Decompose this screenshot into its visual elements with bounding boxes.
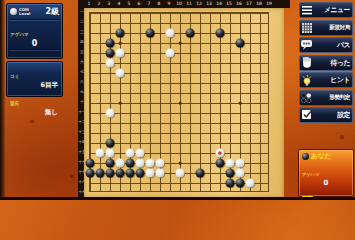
pass-button-label: パス bbox=[313, 40, 352, 50]
star-point bbox=[179, 102, 182, 105]
your-player-label: あなた bbox=[311, 152, 331, 161]
col-label: 2 bbox=[98, 1, 101, 7]
black-stone bbox=[226, 169, 235, 178]
col-label: 6 bbox=[138, 1, 141, 7]
col-label: 17 bbox=[246, 1, 252, 7]
your-player-panel: あなた アゲハマ 0 時間 00:00:07 bbox=[298, 149, 354, 197]
wood-speck bbox=[70, 175, 74, 178]
white-stone bbox=[166, 49, 175, 58]
menu-button-label: メニュー bbox=[313, 5, 352, 15]
new-game-button[interactable]: 新規対局 bbox=[299, 20, 353, 36]
white-stone bbox=[146, 169, 155, 178]
col-label: 13 bbox=[206, 1, 212, 7]
black-stone bbox=[86, 159, 95, 168]
black-stone bbox=[106, 139, 115, 148]
go-grid[interactable] bbox=[89, 12, 269, 192]
black-stone-icon bbox=[302, 153, 309, 160]
evaluate-button-label: 形勢判定 bbox=[313, 94, 352, 102]
black-stone bbox=[116, 29, 125, 38]
col-label: 9 bbox=[168, 1, 171, 7]
white-stone bbox=[136, 149, 145, 158]
col-label: 15 bbox=[226, 1, 232, 7]
white-stone bbox=[226, 159, 235, 168]
black-stone bbox=[86, 169, 95, 178]
screen-left-shadow bbox=[0, 0, 5, 200]
black-stone bbox=[226, 179, 235, 188]
white-stone bbox=[136, 159, 145, 168]
white-stone bbox=[236, 159, 245, 168]
col-label: 16 bbox=[236, 1, 242, 7]
col-label: 8 bbox=[158, 1, 161, 7]
col-label: 10 bbox=[176, 1, 182, 7]
hint-button[interactable]: ヒント bbox=[299, 72, 353, 88]
your-captures-value: 0 bbox=[299, 180, 353, 187]
settings-button-label: 設定 bbox=[313, 110, 352, 120]
star-point bbox=[179, 42, 182, 45]
screen-bottom-shadow bbox=[0, 197, 355, 200]
com-player-panel: COM Level 2級 アゲハマ 0 時間 00:00:00 bbox=[6, 3, 63, 59]
col-label: 11 bbox=[186, 1, 192, 7]
col-label: 4 bbox=[118, 1, 121, 7]
white-stone bbox=[156, 159, 165, 168]
black-stone bbox=[236, 39, 245, 48]
white-stone bbox=[166, 29, 175, 38]
evaluate-button[interactable]: 形勢判定 bbox=[299, 90, 353, 106]
menu-button[interactable]: メニュー bbox=[299, 2, 353, 18]
white-stone bbox=[176, 169, 185, 178]
com-rank: 2級 bbox=[37, 6, 59, 17]
col-label: 14 bbox=[216, 1, 222, 7]
hamburger-icon bbox=[300, 4, 313, 16]
black-stone bbox=[126, 159, 135, 168]
black-stone bbox=[136, 169, 145, 178]
com-level-label: COM Level bbox=[19, 8, 35, 16]
com-captures-value: 0 bbox=[7, 40, 62, 48]
col-label: 3 bbox=[108, 1, 111, 7]
white-stone bbox=[116, 69, 125, 78]
black-stone bbox=[106, 169, 115, 178]
col-label: 19 bbox=[266, 1, 272, 7]
white-stone bbox=[236, 169, 245, 178]
star-point bbox=[179, 162, 182, 165]
go-board[interactable] bbox=[84, 8, 284, 198]
black-stone bbox=[196, 169, 205, 178]
black-stone bbox=[116, 169, 125, 178]
white-stone bbox=[246, 179, 255, 188]
star-point bbox=[239, 102, 242, 105]
your-captures-label: アゲハマ bbox=[302, 172, 319, 177]
menu-button-column: メニュー 新規対局 パス 待った ヒント 形勢判定 設定 bbox=[299, 2, 353, 123]
black-stone bbox=[216, 159, 225, 168]
speech-bubble-icon bbox=[300, 39, 313, 51]
black-stone bbox=[146, 29, 155, 38]
black-white-stones-icon bbox=[300, 92, 313, 104]
wood-speck bbox=[340, 135, 344, 139]
white-stone bbox=[96, 149, 105, 158]
white-stone bbox=[126, 149, 135, 158]
white-stone bbox=[146, 159, 155, 168]
hint-button-label: ヒント bbox=[313, 75, 352, 85]
white-stone bbox=[116, 49, 125, 58]
com-captures-label: アゲハマ bbox=[10, 32, 29, 37]
star-point bbox=[119, 42, 122, 45]
black-stone bbox=[236, 179, 245, 188]
pass-button[interactable]: パス bbox=[299, 37, 353, 53]
lightbulb-icon bbox=[300, 74, 313, 86]
white-stone bbox=[156, 169, 165, 178]
black-stone bbox=[106, 39, 115, 48]
komi-value: 6目半 bbox=[7, 82, 62, 89]
white-stone bbox=[106, 59, 115, 68]
settings-button[interactable]: 設定 bbox=[299, 107, 353, 123]
col-label: 12 bbox=[196, 1, 202, 7]
white-stone bbox=[106, 149, 115, 158]
star-point bbox=[119, 102, 122, 105]
black-stone bbox=[126, 169, 135, 178]
hand-icon bbox=[300, 57, 313, 69]
white-stone bbox=[106, 109, 115, 118]
black-stone bbox=[106, 159, 115, 168]
checkbox-icon bbox=[300, 109, 313, 121]
new-game-button-label: 新規対局 bbox=[313, 24, 352, 32]
white-stone bbox=[116, 159, 125, 168]
rules-panel: コミ 6目半 置石 無し bbox=[6, 61, 63, 97]
board-grid-icon bbox=[300, 22, 313, 34]
go-game-screen: { "game": "go (igo) vs computer - Japane… bbox=[0, 0, 355, 200]
wood-speck bbox=[30, 120, 34, 123]
handicap-label: 置石 bbox=[10, 101, 19, 106]
handicap-value: 無し bbox=[7, 109, 62, 116]
komi-label: コミ bbox=[10, 74, 19, 79]
col-label: 18 bbox=[256, 1, 262, 7]
col-label: 1 bbox=[88, 1, 91, 7]
black-stone bbox=[186, 29, 195, 38]
col-label: 7 bbox=[148, 1, 151, 7]
black-stone bbox=[96, 169, 105, 178]
undo-button[interactable]: 待った bbox=[299, 55, 353, 71]
black-stone bbox=[106, 49, 115, 58]
undo-button-label: 待った bbox=[313, 58, 352, 68]
white-stone-icon bbox=[10, 8, 17, 15]
black-stone bbox=[216, 29, 225, 38]
col-label: 5 bbox=[128, 1, 131, 7]
board-col-labels: 12345678910111213141516171819 bbox=[86, 0, 290, 8]
